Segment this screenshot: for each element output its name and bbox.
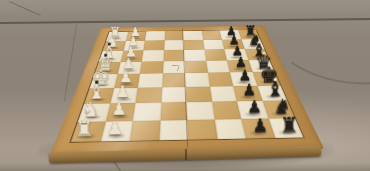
square[interactable] (142, 50, 164, 61)
square[interactable] (162, 73, 186, 87)
square[interactable] (143, 40, 164, 50)
square[interactable] (164, 31, 183, 40)
square[interactable] (201, 30, 221, 39)
square[interactable] (184, 60, 207, 73)
square[interactable] (186, 86, 212, 102)
square[interactable] (130, 120, 160, 141)
square[interactable] (133, 103, 161, 121)
square[interactable] (159, 120, 188, 141)
square[interactable] (160, 102, 187, 120)
square[interactable] (163, 50, 184, 61)
photo-of-chess-set: ♜♟♟♜♞♟♟♞♝♟♟♝♛♟♟♛♚♟♟♚♝♟♟♝♞♟♟♞♜♟♟♜ (0, 0, 370, 171)
square[interactable] (138, 73, 163, 87)
square[interactable] (183, 31, 203, 40)
square[interactable] (187, 119, 217, 140)
square[interactable] (207, 72, 233, 86)
square[interactable] (185, 73, 209, 87)
black-rook[interactable]: ♜ (275, 110, 304, 139)
square[interactable] (140, 61, 163, 74)
chess-board: ♜♟♟♜♞♟♟♞♝♟♟♝♛♟♟♛♚♟♟♚♝♟♟♝♞♟♟♞♜♟♟♜ (50, 26, 324, 155)
square[interactable] (186, 102, 214, 120)
square[interactable] (206, 60, 230, 72)
fold-seam-notch (185, 148, 187, 159)
black-pawn[interactable]: ♟ (246, 111, 275, 140)
square[interactable] (204, 49, 227, 60)
white-pawn[interactable]: ♟ (100, 113, 129, 142)
square[interactable] (203, 39, 225, 49)
white-rook[interactable]: ♜ (70, 114, 99, 143)
